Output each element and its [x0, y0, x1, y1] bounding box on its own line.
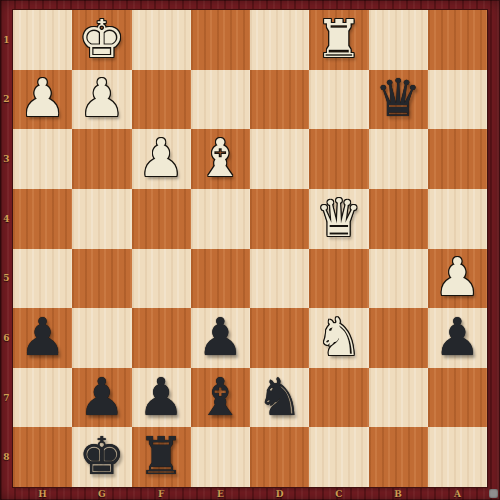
square-d2[interactable]: [250, 70, 309, 130]
piece-black-pawn[interactable]: ♟: [19, 311, 66, 363]
square-d6[interactable]: [250, 308, 309, 368]
piece-black-pawn[interactable]: ♟: [138, 371, 185, 423]
piece-white-pawn[interactable]: ♟: [19, 72, 66, 124]
square-h2[interactable]: ♟: [13, 70, 72, 130]
file-label-f: F: [132, 487, 191, 500]
file-label-g: G: [72, 487, 131, 500]
square-b7[interactable]: [369, 368, 428, 428]
square-e7[interactable]: ♝: [191, 368, 250, 428]
square-d5[interactable]: [250, 249, 309, 309]
file-label-a: A: [428, 487, 487, 500]
square-g6[interactable]: [72, 308, 131, 368]
corner-marker: [489, 489, 498, 498]
piece-white-pawn[interactable]: ♟: [434, 251, 481, 303]
square-g1[interactable]: ♚: [72, 10, 131, 70]
square-a5[interactable]: ♟: [428, 249, 487, 309]
piece-black-pawn[interactable]: ♟: [197, 311, 244, 363]
rank-label-4: 4: [0, 189, 13, 249]
square-a7[interactable]: [428, 368, 487, 428]
square-c3[interactable]: [309, 129, 368, 189]
piece-white-rook[interactable]: ♜: [316, 13, 363, 65]
square-f1[interactable]: [132, 10, 191, 70]
chess-app: 12345678 HGFEDCBA ♚♜♟♟♛♟♝♛♟♟♟♞♟♟♟♝♞♚♜: [0, 0, 500, 500]
rank-label-2: 2: [0, 70, 13, 130]
rank-label-7: 7: [0, 368, 13, 428]
square-f6[interactable]: [132, 308, 191, 368]
square-g4[interactable]: [72, 189, 131, 249]
piece-white-bishop[interactable]: ♝: [197, 132, 244, 184]
square-e4[interactable]: [191, 189, 250, 249]
piece-white-pawn[interactable]: ♟: [79, 72, 126, 124]
square-h5[interactable]: [13, 249, 72, 309]
square-b5[interactable]: [369, 249, 428, 309]
square-d1[interactable]: [250, 10, 309, 70]
piece-white-queen[interactable]: ♛: [316, 192, 363, 244]
square-e3[interactable]: ♝: [191, 129, 250, 189]
square-a3[interactable]: [428, 129, 487, 189]
square-b8[interactable]: [369, 427, 428, 487]
square-h4[interactable]: [13, 189, 72, 249]
square-c6[interactable]: ♞: [309, 308, 368, 368]
square-d3[interactable]: [250, 129, 309, 189]
file-label-d: D: [250, 487, 309, 500]
rank-label-3: 3: [0, 129, 13, 189]
square-e2[interactable]: [191, 70, 250, 130]
square-f7[interactable]: ♟: [132, 368, 191, 428]
piece-black-bishop[interactable]: ♝: [197, 371, 244, 423]
piece-black-king[interactable]: ♚: [79, 430, 126, 482]
square-c5[interactable]: [309, 249, 368, 309]
square-f4[interactable]: [132, 189, 191, 249]
rank-label-1: 1: [0, 10, 13, 70]
square-e1[interactable]: [191, 10, 250, 70]
piece-black-rook[interactable]: ♜: [138, 430, 185, 482]
square-c4[interactable]: ♛: [309, 189, 368, 249]
square-a1[interactable]: [428, 10, 487, 70]
square-a4[interactable]: [428, 189, 487, 249]
square-h7[interactable]: [13, 368, 72, 428]
square-b2[interactable]: ♛: [369, 70, 428, 130]
piece-black-pawn[interactable]: ♟: [434, 311, 481, 363]
square-e5[interactable]: [191, 249, 250, 309]
rank-label-5: 5: [0, 249, 13, 309]
square-c1[interactable]: ♜: [309, 10, 368, 70]
square-c2[interactable]: [309, 70, 368, 130]
rank-label-8: 8: [0, 427, 13, 487]
chess-board: ♚♜♟♟♛♟♝♛♟♟♟♞♟♟♟♝♞♚♜: [13, 10, 487, 487]
square-b6[interactable]: [369, 308, 428, 368]
square-f5[interactable]: [132, 249, 191, 309]
square-d8[interactable]: [250, 427, 309, 487]
square-h1[interactable]: [13, 10, 72, 70]
rank-label-6: 6: [0, 308, 13, 368]
square-g3[interactable]: [72, 129, 131, 189]
square-c7[interactable]: [309, 368, 368, 428]
square-e6[interactable]: ♟: [191, 308, 250, 368]
square-g8[interactable]: ♚: [72, 427, 131, 487]
file-label-c: C: [309, 487, 368, 500]
square-g5[interactable]: [72, 249, 131, 309]
piece-black-queen[interactable]: ♛: [375, 72, 422, 124]
square-g2[interactable]: ♟: [72, 70, 131, 130]
square-a2[interactable]: [428, 70, 487, 130]
square-b1[interactable]: [369, 10, 428, 70]
square-f2[interactable]: [132, 70, 191, 130]
rank-labels: 12345678: [0, 10, 13, 487]
square-h3[interactable]: [13, 129, 72, 189]
square-g7[interactable]: ♟: [72, 368, 131, 428]
square-c8[interactable]: [309, 427, 368, 487]
square-a8[interactable]: [428, 427, 487, 487]
square-b4[interactable]: [369, 189, 428, 249]
square-d7[interactable]: ♞: [250, 368, 309, 428]
square-d4[interactable]: [250, 189, 309, 249]
file-labels: HGFEDCBA: [13, 487, 487, 500]
file-label-h: H: [13, 487, 72, 500]
piece-white-knight[interactable]: ♞: [316, 311, 363, 363]
square-b3[interactable]: [369, 129, 428, 189]
square-e8[interactable]: [191, 427, 250, 487]
square-f3[interactable]: ♟: [132, 129, 191, 189]
piece-white-pawn[interactable]: ♟: [138, 132, 185, 184]
square-f8[interactable]: ♜: [132, 427, 191, 487]
square-h8[interactable]: [13, 427, 72, 487]
square-a6[interactable]: ♟: [428, 308, 487, 368]
piece-white-king[interactable]: ♚: [79, 13, 126, 65]
piece-black-knight[interactable]: ♞: [256, 371, 303, 423]
file-label-e: E: [191, 487, 250, 500]
square-h6[interactable]: ♟: [13, 308, 72, 368]
file-label-b: B: [369, 487, 428, 500]
piece-black-pawn[interactable]: ♟: [79, 371, 126, 423]
